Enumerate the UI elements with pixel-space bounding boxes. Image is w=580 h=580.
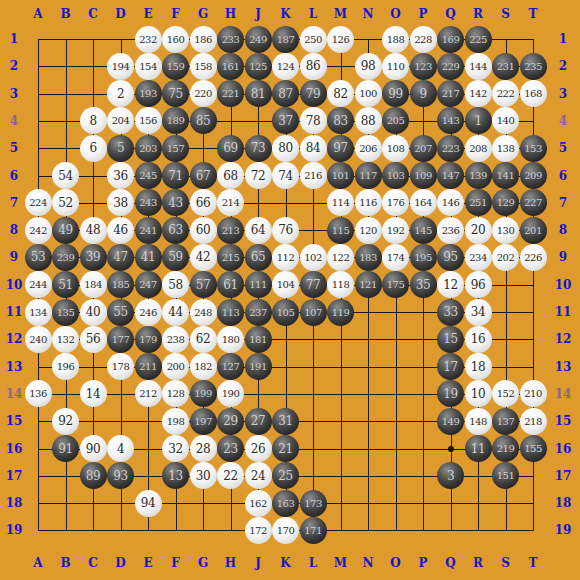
white-stone-C10-move-184[interactable]: 184	[80, 271, 107, 298]
white-stone-O5-move-108[interactable]: 108	[382, 135, 409, 162]
black-stone-T5-move-153[interactable]: 153	[520, 135, 547, 162]
white-stone-A11-move-134[interactable]: 134	[25, 299, 52, 326]
black-stone-E3-move-193[interactable]: 193	[135, 80, 162, 107]
white-stone-C8-move-48[interactable]: 48	[80, 217, 107, 244]
black-stone-J11-move-237[interactable]: 237	[245, 299, 272, 326]
black-stone-M6-move-101[interactable]: 101	[327, 162, 354, 189]
white-stone-T14-move-210[interactable]: 210	[520, 380, 547, 407]
black-stone-B9-move-239[interactable]: 239	[52, 244, 79, 271]
black-stone-T16-move-155[interactable]: 155	[520, 435, 547, 462]
black-stone-H8-move-213[interactable]: 213	[217, 217, 244, 244]
move-number: 159	[167, 61, 185, 72]
white-stone-J18-move-162[interactable]: 162	[245, 490, 272, 517]
black-stone-K11-move-105[interactable]: 105	[272, 299, 299, 326]
black-stone-Q15-move-149[interactable]: 149	[437, 408, 464, 435]
black-stone-Q17-move-3[interactable]: 3	[437, 462, 464, 489]
move-number: 233	[222, 34, 240, 45]
black-stone-E13-move-211[interactable]: 211	[135, 353, 162, 380]
black-stone-R6-move-139[interactable]: 139	[465, 162, 492, 189]
white-stone-N4-move-88[interactable]: 88	[355, 107, 382, 134]
white-stone-R15-move-148[interactable]: 148	[465, 408, 492, 435]
white-stone-G9-move-42[interactable]: 42	[190, 244, 217, 271]
move-number: 64	[251, 223, 265, 237]
black-stone-D9-move-47[interactable]: 47	[107, 244, 134, 271]
white-stone-H14-move-190[interactable]: 190	[217, 380, 244, 407]
white-stone-E4-move-156[interactable]: 156	[135, 107, 162, 134]
white-stone-P1-move-228[interactable]: 228	[410, 26, 437, 53]
black-stone-F9-move-59[interactable]: 59	[162, 244, 189, 271]
black-stone-L10-move-77[interactable]: 77	[300, 271, 327, 298]
white-stone-S14-move-152[interactable]: 152	[492, 380, 519, 407]
black-stone-E12-move-179[interactable]: 179	[135, 326, 162, 353]
white-stone-M1-move-126[interactable]: 126	[327, 26, 354, 53]
black-stone-K18-move-163[interactable]: 163	[272, 490, 299, 517]
move-number: 117	[359, 170, 377, 181]
white-stone-G16-move-28[interactable]: 28	[190, 435, 217, 462]
black-stone-E6-move-245[interactable]: 245	[135, 162, 162, 189]
white-stone-D6-move-36[interactable]: 36	[107, 162, 134, 189]
black-stone-N9-move-183[interactable]: 183	[355, 244, 382, 271]
move-number: 175	[387, 279, 405, 290]
move-number: 77	[306, 278, 320, 292]
black-stone-D12-move-177[interactable]: 177	[107, 326, 134, 353]
column-label-top-B: B	[60, 8, 70, 20]
white-stone-R9-move-234[interactable]: 234	[465, 244, 492, 271]
black-stone-J1-move-249[interactable]: 249	[245, 26, 272, 53]
white-stone-T3-move-168[interactable]: 168	[520, 80, 547, 107]
white-stone-N7-move-116[interactable]: 116	[355, 189, 382, 216]
black-stone-F8-move-63[interactable]: 63	[162, 217, 189, 244]
black-stone-L11-move-107[interactable]: 107	[300, 299, 327, 326]
white-stone-F15-move-198[interactable]: 198	[162, 408, 189, 435]
move-number: 220	[194, 88, 212, 99]
move-number: 42	[196, 250, 210, 264]
black-stone-P2-move-123[interactable]: 123	[410, 53, 437, 80]
move-number: 120	[359, 225, 377, 236]
black-stone-D5-move-5[interactable]: 5	[107, 135, 134, 162]
white-stone-R3-move-142[interactable]: 142	[465, 80, 492, 107]
black-stone-Q1-move-169[interactable]: 169	[437, 26, 464, 53]
black-stone-L19-move-171[interactable]: 171	[300, 517, 327, 544]
black-stone-Q13-move-17[interactable]: 17	[437, 353, 464, 380]
black-stone-D11-move-55[interactable]: 55	[107, 299, 134, 326]
black-stone-T7-move-227[interactable]: 227	[520, 189, 547, 216]
white-stone-H12-move-180[interactable]: 180	[217, 326, 244, 353]
column-label-top-P: P	[418, 8, 427, 20]
white-stone-J8-move-64[interactable]: 64	[245, 217, 272, 244]
white-stone-E14-move-212[interactable]: 212	[135, 380, 162, 407]
row-label-right-2: 2	[559, 60, 567, 72]
white-stone-E18-move-94[interactable]: 94	[135, 490, 162, 517]
white-stone-S4-move-140[interactable]: 140	[492, 107, 519, 134]
black-stone-Q12-move-15[interactable]: 15	[437, 326, 464, 353]
black-stone-O3-move-99[interactable]: 99	[382, 80, 409, 107]
black-stone-R4-move-1[interactable]: 1	[465, 107, 492, 134]
white-stone-S3-move-222[interactable]: 222	[492, 80, 519, 107]
white-stone-J17-move-24[interactable]: 24	[245, 462, 272, 489]
column-label-top-N: N	[363, 8, 374, 20]
move-number: 212	[139, 388, 157, 399]
black-stone-H15-move-29[interactable]: 29	[217, 408, 244, 435]
white-stone-A10-move-244[interactable]: 244	[25, 271, 52, 298]
white-stone-H6-move-68[interactable]: 68	[217, 162, 244, 189]
black-stone-T2-move-235[interactable]: 235	[520, 53, 547, 80]
move-number: 211	[139, 361, 157, 372]
black-stone-C17-move-89[interactable]: 89	[80, 462, 107, 489]
black-stone-F7-move-43[interactable]: 43	[162, 189, 189, 216]
black-stone-H1-move-233[interactable]: 233	[217, 26, 244, 53]
black-stone-M5-move-97[interactable]: 97	[327, 135, 354, 162]
move-number: 173	[304, 498, 322, 509]
move-number: 251	[469, 197, 487, 208]
black-stone-Q9-move-95[interactable]: 95	[437, 244, 464, 271]
black-stone-F4-move-189[interactable]: 189	[162, 107, 189, 134]
black-stone-E7-move-243[interactable]: 243	[135, 189, 162, 216]
move-number: 138	[497, 143, 515, 154]
white-stone-K19-move-170[interactable]: 170	[272, 517, 299, 544]
black-stone-S17-move-151[interactable]: 151	[492, 462, 519, 489]
white-stone-S5-move-138[interactable]: 138	[492, 135, 519, 162]
black-stone-P5-move-207[interactable]: 207	[410, 135, 437, 162]
white-stone-N5-move-206[interactable]: 206	[355, 135, 382, 162]
black-stone-P3-move-9[interactable]: 9	[410, 80, 437, 107]
white-stone-M9-move-122[interactable]: 122	[327, 244, 354, 271]
white-stone-K9-move-112[interactable]: 112	[272, 244, 299, 271]
black-stone-E9-move-41[interactable]: 41	[135, 244, 162, 271]
black-stone-F3-move-75[interactable]: 75	[162, 80, 189, 107]
white-stone-D13-move-178[interactable]: 178	[107, 353, 134, 380]
black-stone-E5-move-203[interactable]: 203	[135, 135, 162, 162]
black-stone-E8-move-241[interactable]: 241	[135, 217, 162, 244]
white-stone-D7-move-38[interactable]: 38	[107, 189, 134, 216]
white-stone-G8-move-60[interactable]: 60	[190, 217, 217, 244]
black-stone-H5-move-69[interactable]: 69	[217, 135, 244, 162]
row-label-right-18: 18	[555, 497, 572, 509]
move-number: 119	[332, 307, 350, 318]
black-stone-F17-move-13[interactable]: 13	[162, 462, 189, 489]
black-stone-J9-move-65[interactable]: 65	[245, 244, 272, 271]
white-stone-O2-move-110[interactable]: 110	[382, 53, 409, 80]
white-stone-O7-move-176[interactable]: 176	[382, 189, 409, 216]
black-stone-R16-move-11[interactable]: 11	[465, 435, 492, 462]
go-board[interactable]: AABBCCDDEEFFGGHHJJKKLLMMNNOOPPQQRRSSTT11…	[0, 0, 580, 580]
black-stone-M11-move-119[interactable]: 119	[327, 299, 354, 326]
white-stone-F16-move-32[interactable]: 32	[162, 435, 189, 462]
white-stone-T9-move-226[interactable]: 226	[520, 244, 547, 271]
black-stone-J2-move-125[interactable]: 125	[245, 53, 272, 80]
black-stone-Q11-move-33[interactable]: 33	[437, 299, 464, 326]
white-stone-K8-move-76[interactable]: 76	[272, 217, 299, 244]
white-stone-C4-move-8[interactable]: 8	[80, 107, 107, 134]
white-stone-C11-move-40[interactable]: 40	[80, 299, 107, 326]
black-stone-H10-move-61[interactable]: 61	[217, 271, 244, 298]
black-stone-K3-move-87[interactable]: 87	[272, 80, 299, 107]
black-stone-J5-move-73[interactable]: 73	[245, 135, 272, 162]
black-stone-G15-move-197[interactable]: 197	[190, 408, 217, 435]
black-stone-B16-move-91[interactable]: 91	[52, 435, 79, 462]
black-stone-O4-move-205[interactable]: 205	[382, 107, 409, 134]
white-stone-K2-move-124[interactable]: 124	[272, 53, 299, 80]
column-label-top-R: R	[473, 8, 483, 20]
black-stone-H3-move-221[interactable]: 221	[217, 80, 244, 107]
black-stone-P8-move-145[interactable]: 145	[410, 217, 437, 244]
white-stone-O8-move-192[interactable]: 192	[382, 217, 409, 244]
white-stone-R14-move-10[interactable]: 10	[465, 380, 492, 407]
move-number: 142	[469, 88, 487, 99]
white-stone-A8-move-242[interactable]: 242	[25, 217, 52, 244]
white-stone-M7-move-114[interactable]: 114	[327, 189, 354, 216]
white-stone-A14-move-136[interactable]: 136	[25, 380, 52, 407]
move-number: 197	[194, 416, 212, 427]
white-stone-G11-move-248[interactable]: 248	[190, 299, 217, 326]
white-stone-K10-move-104[interactable]: 104	[272, 271, 299, 298]
row-label-right-6: 6	[559, 170, 567, 182]
black-stone-K1-move-187[interactable]: 187	[272, 26, 299, 53]
white-stone-A7-move-224[interactable]: 224	[25, 189, 52, 216]
white-stone-C14-move-14[interactable]: 14	[80, 380, 107, 407]
white-stone-C12-move-56[interactable]: 56	[80, 326, 107, 353]
white-stone-M3-move-82[interactable]: 82	[327, 80, 354, 107]
black-stone-S16-move-219[interactable]: 219	[492, 435, 519, 462]
white-stone-N3-move-100[interactable]: 100	[355, 80, 382, 107]
move-number: 214	[222, 197, 240, 208]
black-stone-J12-move-181[interactable]: 181	[245, 326, 272, 353]
black-stone-G6-move-67[interactable]: 67	[190, 162, 217, 189]
black-stone-T6-move-209[interactable]: 209	[520, 162, 547, 189]
white-stone-L1-move-250[interactable]: 250	[300, 26, 327, 53]
white-stone-O1-move-188[interactable]: 188	[382, 26, 409, 53]
black-stone-B11-move-135[interactable]: 135	[52, 299, 79, 326]
white-stone-J19-move-172[interactable]: 172	[245, 517, 272, 544]
white-stone-G13-move-182[interactable]: 182	[190, 353, 217, 380]
white-stone-H17-move-22[interactable]: 22	[217, 462, 244, 489]
white-stone-P7-move-164[interactable]: 164	[410, 189, 437, 216]
white-stone-L6-move-216[interactable]: 216	[300, 162, 327, 189]
black-stone-L3-move-79[interactable]: 79	[300, 80, 327, 107]
move-number: 41	[141, 250, 155, 264]
white-stone-H7-move-214[interactable]: 214	[217, 189, 244, 216]
white-stone-C16-move-90[interactable]: 90	[80, 435, 107, 462]
move-number: 84	[306, 141, 320, 155]
white-stone-Q8-move-236[interactable]: 236	[437, 217, 464, 244]
white-stone-B12-move-132[interactable]: 132	[52, 326, 79, 353]
white-stone-O9-move-174[interactable]: 174	[382, 244, 409, 271]
black-stone-Q5-move-223[interactable]: 223	[437, 135, 464, 162]
white-stone-M10-move-118[interactable]: 118	[327, 271, 354, 298]
black-stone-K4-move-37[interactable]: 37	[272, 107, 299, 134]
black-stone-H9-move-215[interactable]: 215	[217, 244, 244, 271]
black-stone-J13-move-191[interactable]: 191	[245, 353, 272, 380]
white-stone-B6-move-54[interactable]: 54	[52, 162, 79, 189]
move-number: 1	[474, 114, 481, 128]
black-stone-C9-move-39[interactable]: 39	[80, 244, 107, 271]
black-stone-T8-move-201[interactable]: 201	[520, 217, 547, 244]
white-stone-D8-move-46[interactable]: 46	[107, 217, 134, 244]
black-stone-K17-move-25[interactable]: 25	[272, 462, 299, 489]
black-stone-N6-move-117[interactable]: 117	[355, 162, 382, 189]
white-stone-E1-move-232[interactable]: 232	[135, 26, 162, 53]
white-stone-R10-move-96[interactable]: 96	[465, 271, 492, 298]
black-stone-G10-move-57[interactable]: 57	[190, 271, 217, 298]
move-number: 198	[167, 416, 185, 427]
black-stone-J10-move-111[interactable]: 111	[245, 271, 272, 298]
white-stone-F10-move-58[interactable]: 58	[162, 271, 189, 298]
move-number: 199	[194, 388, 212, 399]
move-number: 162	[249, 498, 267, 509]
black-stone-R7-move-251[interactable]: 251	[465, 189, 492, 216]
black-stone-H2-move-161[interactable]: 161	[217, 53, 244, 80]
black-stone-O10-move-175[interactable]: 175	[382, 271, 409, 298]
white-stone-G1-move-186[interactable]: 186	[190, 26, 217, 53]
black-stone-G14-move-199[interactable]: 199	[190, 380, 217, 407]
white-stone-Q10-move-12[interactable]: 12	[437, 271, 464, 298]
move-number: 3	[447, 469, 454, 483]
white-stone-T15-move-218[interactable]: 218	[520, 408, 547, 435]
white-stone-R5-move-208[interactable]: 208	[465, 135, 492, 162]
white-stone-R2-move-144[interactable]: 144	[465, 53, 492, 80]
column-label-top-E: E	[143, 8, 152, 20]
white-stone-L4-move-78[interactable]: 78	[300, 107, 327, 134]
white-stone-F1-move-160[interactable]: 160	[162, 26, 189, 53]
black-stone-H13-move-127[interactable]: 127	[217, 353, 244, 380]
black-stone-M4-move-83[interactable]: 83	[327, 107, 354, 134]
white-stone-F12-move-238[interactable]: 238	[162, 326, 189, 353]
white-stone-G3-move-220[interactable]: 220	[190, 80, 217, 107]
black-stone-M8-move-115[interactable]: 115	[327, 217, 354, 244]
white-stone-S8-move-130[interactable]: 130	[492, 217, 519, 244]
black-stone-P6-move-109[interactable]: 109	[410, 162, 437, 189]
move-number: 217	[442, 88, 460, 99]
white-stone-Q7-move-146[interactable]: 146	[437, 189, 464, 216]
black-stone-Q14-move-19[interactable]: 19	[437, 380, 464, 407]
black-stone-P10-move-35[interactable]: 35	[410, 271, 437, 298]
black-stone-D10-move-185[interactable]: 185	[107, 271, 134, 298]
move-number: 10	[471, 387, 485, 401]
move-number: 200	[167, 361, 185, 372]
white-stone-R12-move-16[interactable]: 16	[465, 326, 492, 353]
move-number: 144	[469, 61, 487, 72]
black-stone-S6-move-141[interactable]: 141	[492, 162, 519, 189]
black-stone-F2-move-159[interactable]: 159	[162, 53, 189, 80]
black-stone-J15-move-27[interactable]: 27	[245, 408, 272, 435]
black-stone-Q4-move-143[interactable]: 143	[437, 107, 464, 134]
column-label-top-D: D	[115, 8, 125, 20]
white-stone-G2-move-158[interactable]: 158	[190, 53, 217, 80]
white-stone-A12-move-240[interactable]: 240	[25, 326, 52, 353]
black-stone-H11-move-113[interactable]: 113	[217, 299, 244, 326]
move-number: 23	[223, 442, 237, 456]
white-stone-E2-move-154[interactable]: 154	[135, 53, 162, 80]
black-stone-Q2-move-229[interactable]: 229	[437, 53, 464, 80]
black-stone-E10-move-247[interactable]: 247	[135, 271, 162, 298]
black-stone-B10-move-51[interactable]: 51	[52, 271, 79, 298]
white-stone-N8-move-120[interactable]: 120	[355, 217, 382, 244]
move-number: 122	[332, 252, 350, 263]
row-label-right-4: 4	[559, 115, 567, 127]
black-stone-B8-move-49[interactable]: 49	[52, 217, 79, 244]
move-number: 79	[306, 87, 320, 101]
white-stone-B13-move-196[interactable]: 196	[52, 353, 79, 380]
white-stone-G7-move-66[interactable]: 66	[190, 189, 217, 216]
white-stone-J6-move-72[interactable]: 72	[245, 162, 272, 189]
move-number: 228	[414, 34, 432, 45]
white-stone-K5-move-80[interactable]: 80	[272, 135, 299, 162]
white-stone-F13-move-200[interactable]: 200	[162, 353, 189, 380]
white-stone-N2-move-98[interactable]: 98	[355, 53, 382, 80]
white-stone-R11-move-34[interactable]: 34	[465, 299, 492, 326]
black-stone-O6-move-103[interactable]: 103	[382, 162, 409, 189]
move-number: 59	[168, 250, 182, 264]
white-stone-G12-move-62[interactable]: 62	[190, 326, 217, 353]
white-stone-F14-move-128[interactable]: 128	[162, 380, 189, 407]
white-stone-L2-move-86[interactable]: 86	[300, 53, 327, 80]
black-stone-G4-move-85[interactable]: 85	[190, 107, 217, 134]
white-stone-R13-move-18[interactable]: 18	[465, 353, 492, 380]
move-number: 82	[333, 87, 347, 101]
black-stone-P9-move-195[interactable]: 195	[410, 244, 437, 271]
black-stone-S7-move-129[interactable]: 129	[492, 189, 519, 216]
black-stone-F6-move-71[interactable]: 71	[162, 162, 189, 189]
black-stone-S15-move-137[interactable]: 137	[492, 408, 519, 435]
move-number: 148	[469, 416, 487, 427]
white-stone-D2-move-194[interactable]: 194	[107, 53, 134, 80]
move-number: 224	[29, 197, 47, 208]
white-stone-F11-move-44[interactable]: 44	[162, 299, 189, 326]
column-label-top-J: J	[255, 8, 261, 20]
row-label-left-16: 16	[6, 443, 23, 455]
black-stone-A9-move-53[interactable]: 53	[25, 244, 52, 271]
move-number: 88	[361, 114, 375, 128]
white-stone-K6-move-74[interactable]: 74	[272, 162, 299, 189]
white-stone-E11-move-246[interactable]: 246	[135, 299, 162, 326]
move-number: 27	[251, 414, 265, 428]
white-stone-L5-move-84[interactable]: 84	[300, 135, 327, 162]
black-stone-L18-move-173[interactable]: 173	[300, 490, 327, 517]
move-number: 130	[497, 225, 515, 236]
white-stone-C5-move-6[interactable]: 6	[80, 135, 107, 162]
white-stone-S9-move-202[interactable]: 202	[492, 244, 519, 271]
move-number: 248	[194, 307, 212, 318]
black-stone-H16-move-23[interactable]: 23	[217, 435, 244, 462]
white-stone-B15-move-92[interactable]: 92	[52, 408, 79, 435]
black-stone-J3-move-81[interactable]: 81	[245, 80, 272, 107]
move-number: 216	[304, 170, 322, 181]
white-stone-D16-move-4[interactable]: 4	[107, 435, 134, 462]
white-stone-R8-move-20[interactable]: 20	[465, 217, 492, 244]
move-number: 115	[332, 225, 350, 236]
move-number: 74	[278, 169, 292, 183]
black-stone-K16-move-21[interactable]: 21	[272, 435, 299, 462]
black-stone-Q6-move-147[interactable]: 147	[437, 162, 464, 189]
black-stone-D17-move-93[interactable]: 93	[107, 462, 134, 489]
row-label-left-13: 13	[6, 361, 23, 373]
white-stone-L9-move-102[interactable]: 102	[300, 244, 327, 271]
white-stone-J16-move-26[interactable]: 26	[245, 435, 272, 462]
black-stone-Q3-move-217[interactable]: 217	[437, 80, 464, 107]
move-number: 163	[277, 498, 295, 509]
black-stone-R1-move-225[interactable]: 225	[465, 26, 492, 53]
black-stone-K15-move-31[interactable]: 31	[272, 408, 299, 435]
move-number: 241	[139, 225, 157, 236]
white-stone-D3-move-2[interactable]: 2	[107, 80, 134, 107]
black-stone-F5-move-157[interactable]: 157	[162, 135, 189, 162]
white-stone-D4-move-204[interactable]: 204	[107, 107, 134, 134]
black-stone-N10-move-121[interactable]: 121	[355, 271, 382, 298]
white-stone-G17-move-30[interactable]: 30	[190, 462, 217, 489]
white-stone-B7-move-52[interactable]: 52	[52, 189, 79, 216]
move-number: 58	[168, 278, 182, 292]
black-stone-S2-move-231[interactable]: 231	[492, 53, 519, 80]
